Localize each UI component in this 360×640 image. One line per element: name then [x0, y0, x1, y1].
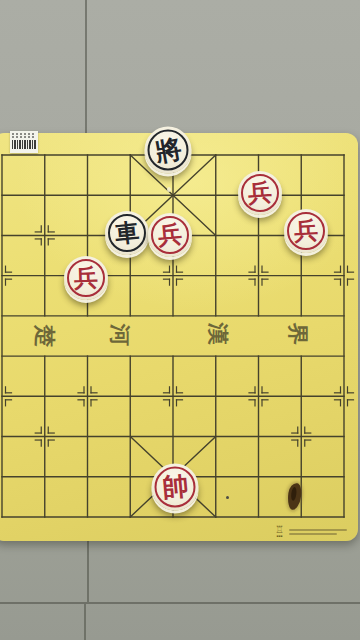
piece-character: 車: [114, 220, 140, 246]
river-character: 界: [288, 323, 309, 345]
piece-black-general[interactable]: 將: [145, 127, 192, 174]
photo-frame: 楚 河 漢 界 ♖▪▪▪ 將兵車兵兵兵帥: [0, 0, 360, 640]
piece-character: 將: [153, 135, 183, 165]
piece-character: 兵: [247, 180, 273, 206]
crown-logo-icon: ♖▪▪▪: [275, 525, 284, 538]
piece-character: 帥: [161, 473, 189, 501]
sticker-text-line: [12, 136, 36, 138]
floor-tile-seam: [84, 604, 86, 640]
piece-character: 兵: [157, 222, 183, 248]
river-character: 河: [110, 324, 131, 346]
piece-red-general[interactable]: 帥: [152, 463, 199, 510]
brand-mark: ♖▪▪▪: [275, 525, 347, 538]
barcode-sticker: [10, 131, 38, 153]
piece-black-chariot[interactable]: 車: [105, 211, 149, 255]
piece-red-soldier-b[interactable]: 兵: [148, 213, 192, 257]
river-character: 漢: [208, 323, 229, 345]
sticker-barcode: [12, 140, 36, 149]
piece-red-soldier-c[interactable]: 兵: [284, 209, 328, 253]
dust-speck: [167, 187, 171, 192]
piece-character: 兵: [294, 219, 319, 244]
piece-red-soldier-a[interactable]: 兵: [238, 171, 282, 215]
floor-tile-seam: [87, 541, 89, 603]
dust-speck: [226, 496, 229, 499]
piece-character: 兵: [73, 265, 98, 290]
piece-red-soldier-d[interactable]: 兵: [64, 256, 108, 300]
brand-text-lines: [289, 529, 347, 535]
floor-tile-seam: [85, 0, 87, 134]
river-character: 楚: [35, 325, 56, 347]
floor-tile-seam: [0, 602, 360, 604]
sticker-text-line: [12, 133, 36, 135]
